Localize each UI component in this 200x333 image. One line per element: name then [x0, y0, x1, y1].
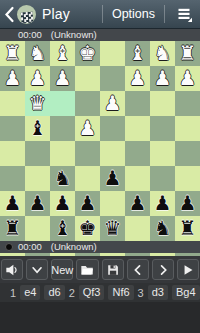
- piece-bQ[interactable]: ♛: [104, 216, 122, 241]
- square[interactable]: ♝: [125, 41, 150, 66]
- move-chip[interactable]: d3: [148, 285, 168, 300]
- piece-wP[interactable]: ♟: [154, 66, 172, 91]
- square[interactable]: ♟: [75, 191, 100, 216]
- square[interactable]: ♟: [100, 166, 125, 191]
- square[interactable]: [150, 116, 175, 141]
- piece-bB[interactable]: ♝: [54, 216, 72, 241]
- piece-bN[interactable]: ♞: [154, 216, 172, 241]
- square[interactable]: ♚: [75, 216, 100, 241]
- piece-bP[interactable]: ♟: [104, 166, 122, 191]
- piece-wP[interactable]: ♟: [129, 66, 147, 91]
- move-number: 2: [69, 287, 75, 299]
- square[interactable]: ♟: [75, 116, 100, 141]
- overflow-menu-button[interactable]: [174, 4, 194, 24]
- divider: [164, 5, 165, 23]
- move-list: 1e4d62Qf3Nf63d3Bg44Qg3: [0, 283, 200, 302]
- square[interactable]: [100, 141, 125, 166]
- square[interactable]: [125, 91, 150, 116]
- piece-wQ[interactable]: ♛: [29, 91, 47, 116]
- square[interactable]: ♟: [25, 66, 50, 91]
- piece-bN[interactable]: ♞: [54, 166, 72, 191]
- square[interactable]: ♝: [50, 41, 75, 66]
- piece-bP[interactable]: ♟: [179, 191, 197, 216]
- square[interactable]: ♞: [150, 41, 175, 66]
- square[interactable]: ♟: [150, 66, 175, 91]
- square[interactable]: [175, 166, 200, 191]
- square[interactable]: ♟: [175, 66, 200, 91]
- black-player-name: (Unknown): [51, 241, 97, 253]
- square[interactable]: [75, 91, 100, 116]
- next-move-button[interactable]: [152, 259, 174, 280]
- square[interactable]: ♟: [0, 191, 25, 216]
- divider: [102, 5, 103, 23]
- square[interactable]: ♟: [25, 191, 50, 216]
- new-game-button[interactable]: New: [51, 259, 73, 280]
- square[interactable]: [50, 141, 75, 166]
- square[interactable]: [75, 166, 100, 191]
- square[interactable]: [150, 141, 175, 166]
- chevron-right-icon: [156, 262, 170, 278]
- chevron-down-icon: [30, 262, 44, 278]
- collapse-button[interactable]: [26, 259, 48, 280]
- app-icon-chessboard: [17, 5, 36, 24]
- piece-bB[interactable]: ♝: [29, 116, 47, 141]
- piece-wN[interactable]: ♞: [29, 41, 47, 66]
- piece-wP[interactable]: ♟: [179, 66, 197, 91]
- square[interactable]: [0, 91, 25, 116]
- white-player-name: (Unknown): [51, 29, 97, 41]
- square[interactable]: ♟: [50, 191, 75, 216]
- square[interactable]: [100, 191, 125, 216]
- prev-move-button[interactable]: [127, 259, 149, 280]
- play-icon: [181, 262, 195, 278]
- play-forward-button[interactable]: [177, 259, 199, 280]
- floppy-icon: [106, 262, 120, 278]
- black-turn-indicator-slot: [0, 243, 18, 251]
- piece-bR[interactable]: ♜: [4, 216, 22, 241]
- square[interactable]: ♟: [0, 66, 25, 91]
- move-chip[interactable]: d6: [44, 285, 64, 300]
- chevron-left-icon: [131, 262, 145, 278]
- square[interactable]: [175, 91, 200, 116]
- black-player-bar: 00:00 (Unknown): [0, 241, 200, 253]
- square[interactable]: [25, 141, 50, 166]
- chess-board[interactable]: ♜♞♝♚♝♞♜♟♟♟♟♟♟♛♟♝♟♞♟♟♟♟♟♟♟♟♜♝♚♛♞♜: [0, 41, 200, 241]
- speaker-icon: [5, 262, 19, 278]
- square[interactable]: [0, 166, 25, 191]
- square[interactable]: [0, 116, 25, 141]
- move-chip[interactable]: e4: [20, 285, 40, 300]
- piece-wR[interactable]: ♜: [179, 41, 197, 66]
- square[interactable]: ♟: [125, 66, 150, 91]
- open-button[interactable]: [76, 259, 98, 280]
- square[interactable]: [100, 41, 125, 66]
- square[interactable]: ♞: [25, 41, 50, 66]
- square[interactable]: ♞: [150, 216, 175, 241]
- square[interactable]: ♝: [25, 116, 50, 141]
- overflow-menu-icon: [176, 6, 193, 23]
- square[interactable]: ♜: [175, 216, 200, 241]
- piece-wB[interactable]: ♝: [129, 41, 147, 66]
- piece-wP[interactable]: ♟: [54, 66, 72, 91]
- square[interactable]: ♟: [175, 191, 200, 216]
- square[interactable]: [175, 116, 200, 141]
- piece-bP[interactable]: ♟: [129, 191, 147, 216]
- square[interactable]: [100, 116, 125, 141]
- move-chip[interactable]: Qf3: [79, 285, 105, 300]
- piece-bP[interactable]: ♟: [79, 191, 97, 216]
- piece-wN[interactable]: ♞: [154, 41, 172, 66]
- square[interactable]: [125, 141, 150, 166]
- page-title: Play: [42, 6, 70, 22]
- toolbar: New: [0, 256, 200, 283]
- chevron-left-icon: [4, 6, 15, 23]
- square[interactable]: [100, 66, 125, 91]
- move-chip[interactable]: Nf6: [108, 285, 133, 300]
- app-bar: Play Options: [0, 0, 200, 29]
- move-number: 1: [10, 287, 16, 299]
- piece-bP[interactable]: ♟: [154, 191, 172, 216]
- square[interactable]: ♜: [175, 41, 200, 66]
- square[interactable]: [125, 166, 150, 191]
- piece-bP[interactable]: ♟: [54, 191, 72, 216]
- square[interactable]: ♟: [125, 191, 150, 216]
- square[interactable]: [125, 216, 150, 241]
- piece-wP[interactable]: ♟: [29, 66, 47, 91]
- piece-wR[interactable]: ♜: [4, 41, 22, 66]
- piece-bK[interactable]: ♚: [79, 216, 97, 241]
- square[interactable]: [75, 66, 100, 91]
- black-to-move-dot: [5, 243, 13, 251]
- folder-icon: [80, 262, 94, 278]
- square[interactable]: [25, 216, 50, 241]
- piece-wP[interactable]: ♟: [79, 116, 97, 141]
- square[interactable]: ♛: [25, 91, 50, 116]
- square[interactable]: [0, 141, 25, 166]
- square[interactable]: [125, 116, 150, 141]
- square[interactable]: ♞: [50, 166, 75, 191]
- square[interactable]: [175, 141, 200, 166]
- back-button[interactable]: [3, 5, 15, 23]
- square[interactable]: ♟: [50, 66, 75, 91]
- white-clock: 00:00: [18, 29, 42, 41]
- move-number: 3: [138, 287, 144, 299]
- square[interactable]: ♝: [50, 216, 75, 241]
- move-chip[interactable]: Bg4: [172, 285, 200, 300]
- footer-empty-area: [0, 302, 200, 333]
- piece-bR[interactable]: ♜: [179, 216, 197, 241]
- square[interactable]: [25, 166, 50, 191]
- white-player-bar: 00:00 (Unknown): [0, 29, 200, 41]
- square[interactable]: ♜: [0, 216, 25, 241]
- black-clock: 00:00: [18, 241, 42, 253]
- volume-button[interactable]: [1, 259, 23, 280]
- piece-wB[interactable]: ♝: [54, 41, 72, 66]
- save-button[interactable]: [102, 259, 124, 280]
- square[interactable]: [75, 141, 100, 166]
- square[interactable]: [50, 91, 75, 116]
- square[interactable]: ♟: [150, 191, 175, 216]
- square[interactable]: [150, 91, 175, 116]
- piece-bP[interactable]: ♟: [4, 191, 22, 216]
- square[interactable]: ♟: [100, 91, 125, 116]
- piece-wK[interactable]: ♚: [79, 41, 97, 66]
- piece-bP[interactable]: ♟: [29, 191, 47, 216]
- square[interactable]: ♛: [100, 216, 125, 241]
- square[interactable]: ♚: [75, 41, 100, 66]
- square[interactable]: ♜: [0, 41, 25, 66]
- options-button[interactable]: Options: [110, 7, 157, 21]
- square[interactable]: [50, 116, 75, 141]
- piece-wP[interactable]: ♟: [4, 66, 22, 91]
- chessboard-glyph: [20, 11, 33, 23]
- square[interactable]: [150, 166, 175, 191]
- piece-wP[interactable]: ♟: [104, 91, 122, 116]
